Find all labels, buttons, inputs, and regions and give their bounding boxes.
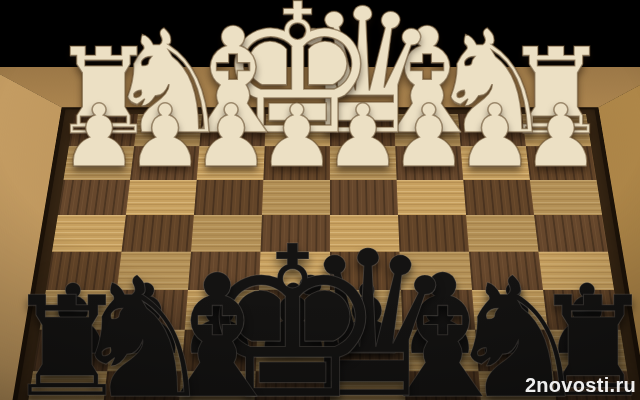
square-e4 (261, 215, 330, 252)
square-d8 (330, 371, 406, 400)
square-c6 (401, 290, 475, 330)
square-d7 (330, 330, 404, 372)
square-g1 (134, 114, 202, 146)
square-f4 (191, 215, 262, 252)
square-g2 (130, 146, 199, 180)
square-g8 (102, 371, 181, 400)
square-d4 (330, 215, 399, 252)
square-a2 (526, 146, 597, 180)
square-f8 (178, 371, 256, 400)
square-c7 (403, 330, 479, 372)
square-h6 (40, 290, 117, 330)
square-b5 (469, 252, 543, 290)
square-h2 (63, 146, 134, 180)
square-c2 (395, 146, 463, 180)
square-d5 (330, 252, 401, 290)
square-a5 (538, 252, 614, 290)
square-f7 (181, 330, 257, 372)
square-c8 (404, 371, 482, 400)
square-b4 (466, 215, 538, 252)
square-e7 (256, 330, 330, 372)
square-e6 (257, 290, 330, 330)
square-a6 (543, 290, 620, 330)
square-c1 (394, 114, 461, 146)
square-c4 (398, 215, 469, 252)
square-h1 (69, 114, 138, 146)
square-h4 (52, 215, 126, 252)
square-f5 (188, 252, 261, 290)
square-f6 (185, 290, 259, 330)
square-h3 (58, 180, 130, 215)
square-e8 (254, 371, 330, 400)
chessboard-photo: ♜♞♝♛♚♝♞♜♟♟♟♟♟♟♟♟♟♟♟♟♟♟♟♟♜♞♝♛♚♝♞♜ 2novost… (0, 0, 640, 400)
square-b2 (461, 146, 530, 180)
square-a1 (522, 114, 591, 146)
square-a3 (530, 180, 602, 215)
square-e3 (262, 180, 330, 215)
square-f3 (194, 180, 263, 215)
square-d3 (330, 180, 398, 215)
square-c5 (399, 252, 472, 290)
square-d6 (330, 290, 403, 330)
square-a7 (548, 330, 627, 372)
square-h7 (33, 330, 112, 372)
square-d2 (330, 146, 397, 180)
square-g5 (117, 252, 191, 290)
board-squares-grid (26, 114, 634, 400)
square-g3 (126, 180, 197, 215)
square-h5 (46, 252, 122, 290)
square-e2 (263, 146, 330, 180)
watermark-text: 2novosti.ru (525, 374, 636, 397)
square-b7 (475, 330, 553, 372)
square-h8 (26, 371, 107, 400)
square-f1 (199, 114, 266, 146)
square-b3 (463, 180, 534, 215)
square-f2 (197, 146, 265, 180)
square-e1 (265, 114, 330, 146)
square-b6 (472, 290, 548, 330)
square-a4 (534, 215, 608, 252)
chess-board (0, 67, 640, 400)
square-g4 (122, 215, 194, 252)
square-c3 (397, 180, 466, 215)
square-g7 (107, 330, 185, 372)
square-b1 (458, 114, 526, 146)
square-g6 (112, 290, 188, 330)
square-d1 (330, 114, 395, 146)
square-e5 (259, 252, 330, 290)
